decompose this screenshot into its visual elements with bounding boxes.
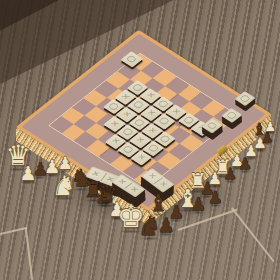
chess-piece-dark-bishop[interactable]: ♝: [148, 192, 169, 215]
circle-engraving: [206, 121, 218, 130]
domino-tile-stack[interactable]: [201, 118, 223, 134]
domino-tile-stack[interactable]: [221, 108, 243, 124]
circle-engraving: [239, 94, 251, 103]
scene: ✕✕✕✕✕✕✕✕✕✕✕ ✕✕✕✕✕✕ ♛♟♟♟♟♞♞♜♟♛♟♚♞♝♟♟♝♟♜♟♟…: [0, 0, 280, 280]
circle-engraving: [226, 111, 238, 120]
chess-piece-white-pawn[interactable]: ♟: [264, 120, 276, 133]
chess-piece-dark-pawn[interactable]: ♟: [207, 189, 222, 206]
